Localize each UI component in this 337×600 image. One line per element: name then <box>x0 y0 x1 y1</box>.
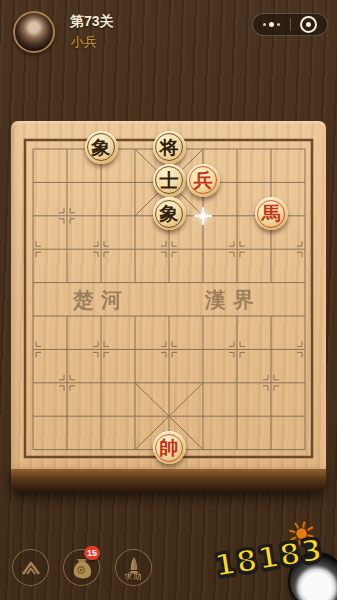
close-circle-icon <box>300 16 317 33</box>
sun-icon: ☀ <box>282 511 321 557</box>
close-miniprogram-button[interactable] <box>291 14 328 35</box>
piece-red-馬[interactable]: 馬 <box>255 197 288 230</box>
chevron-up-icon <box>17 554 45 582</box>
piece-black-士[interactable]: 士 <box>153 164 186 197</box>
watermark-text: 18183 <box>212 532 326 584</box>
river-text-left: 楚河 <box>72 288 129 312</box>
stage-name: 小兵 <box>71 33 97 51</box>
more-dots-icon <box>263 22 280 27</box>
river-text-right: 漢界 <box>204 288 261 312</box>
18183-watermark: ☀ 18183 <box>212 518 337 600</box>
piece-black-象[interactable]: 象 <box>85 131 118 164</box>
orb-icon <box>288 552 337 600</box>
help-button[interactable]: 求助 <box>115 549 152 586</box>
help-button-label: 求助 <box>116 571 151 582</box>
coins-count-badge: 15 <box>84 546 100 560</box>
piece-red-兵[interactable]: 兵 <box>187 164 220 197</box>
level-title: 第73关 <box>70 13 114 31</box>
board-bottom-edge <box>11 469 326 492</box>
player-avatar <box>13 11 55 53</box>
piece-red-帥[interactable]: 帥 <box>153 431 186 464</box>
wechat-capsule <box>252 13 328 36</box>
more-options-button[interactable] <box>253 14 290 35</box>
menu-button[interactable] <box>12 549 49 586</box>
piece-black-将[interactable]: 将 <box>153 131 186 164</box>
xiangqi-app-screen: 第73关 小兵 楚河 漢界 象将士兵象馬帥 <box>0 0 337 600</box>
piece-black-象[interactable]: 象 <box>153 197 186 230</box>
